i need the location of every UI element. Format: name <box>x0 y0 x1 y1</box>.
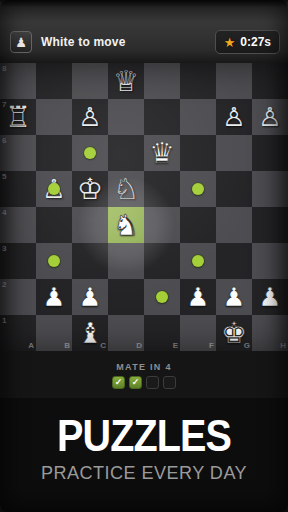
move-hint-dot-b3[interactable] <box>48 255 60 267</box>
move-hint-dot-b5[interactable] <box>48 183 60 195</box>
rank-label-2: 2 <box>2 280 6 289</box>
square-c5[interactable]: ♔ <box>72 171 108 207</box>
puzzle-status-strip: MATE IN 4 ✓✓ <box>0 351 288 398</box>
square-d4[interactable]: ♞ <box>108 207 144 243</box>
file-label-f: F <box>209 341 214 350</box>
square-a1[interactable]: 1A <box>0 315 36 351</box>
square-a3[interactable]: 3 <box>0 243 36 279</box>
square-c2[interactable]: ♟ <box>72 279 108 315</box>
square-g1[interactable]: G♚ <box>216 315 252 351</box>
square-f7[interactable] <box>180 99 216 135</box>
square-c8[interactable] <box>72 63 108 99</box>
square-c3[interactable] <box>72 243 108 279</box>
piece-white-pawn-c2[interactable]: ♟ <box>72 279 108 315</box>
square-h4[interactable] <box>252 207 288 243</box>
progress-step-4-pending <box>163 376 176 389</box>
star-icon: ★ <box>224 36 236 49</box>
square-h5[interactable] <box>252 171 288 207</box>
file-label-e: E <box>173 341 178 350</box>
square-e6[interactable]: ♛ <box>144 135 180 171</box>
piece-white-pawn-b2[interactable]: ♟ <box>36 279 72 315</box>
timer-value: 0:27s <box>240 35 271 49</box>
square-g5[interactable] <box>216 171 252 207</box>
square-a5[interactable]: 5 <box>0 171 36 207</box>
file-label-g: G <box>244 341 250 350</box>
piece-black-knight-d5[interactable]: ♘ <box>108 171 144 207</box>
rank-label-8: 8 <box>2 64 6 73</box>
piece-white-pawn-g2[interactable]: ♟ <box>216 279 252 315</box>
piece-black-queen-d8[interactable]: ♕ <box>108 63 144 99</box>
square-a8[interactable]: 8 <box>0 63 36 99</box>
progress-checkboxes: ✓✓ <box>0 376 288 389</box>
square-g7[interactable]: ♙ <box>216 99 252 135</box>
square-g8[interactable] <box>216 63 252 99</box>
square-b5[interactable]: ♙ <box>36 171 72 207</box>
piece-black-pawn-c7[interactable]: ♙ <box>72 99 108 135</box>
square-h3[interactable] <box>252 243 288 279</box>
square-c7[interactable]: ♙ <box>72 99 108 135</box>
top-bar-row: ♟ White to move ★ 0:27s <box>10 29 280 55</box>
square-e5[interactable] <box>144 171 180 207</box>
rank-label-3: 3 <box>2 244 6 253</box>
rank-label-5: 5 <box>2 172 6 181</box>
piece-white-pawn-f2[interactable]: ♟ <box>180 279 216 315</box>
square-d2[interactable] <box>108 279 144 315</box>
rank-label-4: 4 <box>2 208 6 217</box>
rank-label-1: 1 <box>2 316 6 325</box>
progress-step-3-pending <box>146 376 159 389</box>
square-g4[interactable] <box>216 207 252 243</box>
square-b2[interactable]: ♟ <box>36 279 72 315</box>
chess-board: 8♕7♖♙♙♙6♛5♙♔♘4♞32♟♟♟♟♟1ABC♝DEFG♚H <box>0 63 288 351</box>
pawn-icon: ♟ <box>15 36 27 49</box>
promo-subtitle: PRACTICE EVERY DAY <box>7 462 281 484</box>
square-h6[interactable] <box>252 135 288 171</box>
progress-step-1-done: ✓ <box>112 376 125 389</box>
square-f4[interactable] <box>180 207 216 243</box>
square-a2[interactable]: 2 <box>0 279 36 315</box>
square-f2[interactable]: ♟ <box>180 279 216 315</box>
square-b7[interactable] <box>36 99 72 135</box>
square-d6[interactable] <box>108 135 144 171</box>
turn-pawn-button[interactable]: ♟ <box>10 31 32 53</box>
square-a4[interactable]: 4 <box>0 207 36 243</box>
square-g6[interactable] <box>216 135 252 171</box>
piece-black-pawn-g7[interactable]: ♙ <box>216 99 252 135</box>
turn-indicator-label: White to move <box>41 35 126 49</box>
square-b6[interactable] <box>36 135 72 171</box>
square-b1[interactable]: B <box>36 315 72 351</box>
square-b4[interactable] <box>36 207 72 243</box>
move-hint-dot-c6[interactable] <box>84 147 96 159</box>
square-e3[interactable] <box>144 243 180 279</box>
square-e8[interactable] <box>144 63 180 99</box>
square-g2[interactable]: ♟ <box>216 279 252 315</box>
square-c1[interactable]: C♝ <box>72 315 108 351</box>
square-f6[interactable] <box>180 135 216 171</box>
timer-badge: ★ 0:27s <box>215 30 280 54</box>
square-h7[interactable]: ♙ <box>252 99 288 135</box>
move-hint-dot-e2[interactable] <box>156 291 168 303</box>
square-a7[interactable]: 7♖ <box>0 99 36 135</box>
move-hint-dot-f5[interactable] <box>192 183 204 195</box>
square-c4[interactable] <box>72 207 108 243</box>
square-e7[interactable] <box>144 99 180 135</box>
promo-footer: PUZZLES PRACTICE EVERY DAY <box>0 398 288 512</box>
square-a6[interactable]: 6 <box>0 135 36 171</box>
app-screen: ♟ White to move ★ 0:27s 8♕7♖♙♙♙6♛5♙♔♘4♞3… <box>0 0 288 512</box>
file-label-d: D <box>136 341 142 350</box>
square-b8[interactable] <box>36 63 72 99</box>
square-e2[interactable] <box>144 279 180 315</box>
square-c6[interactable] <box>72 135 108 171</box>
file-label-c: C <box>100 341 106 350</box>
square-d1[interactable]: D <box>108 315 144 351</box>
puzzle-goal-label: MATE IN 4 <box>0 351 288 372</box>
square-f3[interactable] <box>180 243 216 279</box>
square-h1[interactable]: H <box>252 315 288 351</box>
square-e4[interactable] <box>144 207 180 243</box>
piece-white-knight-d4[interactable]: ♞ <box>108 207 144 243</box>
piece-white-queen-e6[interactable]: ♛ <box>144 135 180 171</box>
move-hint-dot-f3[interactable] <box>192 255 204 267</box>
square-h8[interactable] <box>252 63 288 99</box>
square-h2[interactable]: ♟ <box>252 279 288 315</box>
square-d3[interactable] <box>108 243 144 279</box>
square-f5[interactable] <box>180 171 216 207</box>
square-d5[interactable]: ♘ <box>108 171 144 207</box>
progress-step-2-done: ✓ <box>129 376 142 389</box>
file-label-a: A <box>28 341 34 350</box>
piece-black-king-c5[interactable]: ♔ <box>72 171 108 207</box>
piece-white-pawn-h2[interactable]: ♟ <box>252 279 288 315</box>
square-f8[interactable] <box>180 63 216 99</box>
piece-black-pawn-h7[interactable]: ♙ <box>252 99 288 135</box>
square-g3[interactable] <box>216 243 252 279</box>
promo-title: PUZZLES <box>12 410 277 461</box>
file-label-h: H <box>280 341 286 350</box>
square-d8[interactable]: ♕ <box>108 63 144 99</box>
file-label-b: B <box>64 341 70 350</box>
rank-label-6: 6 <box>2 136 6 145</box>
square-d7[interactable] <box>108 99 144 135</box>
top-bar: ♟ White to move ★ 0:27s <box>0 0 288 63</box>
rank-label-7: 7 <box>2 100 6 109</box>
square-b3[interactable] <box>36 243 72 279</box>
square-e1[interactable]: E <box>144 315 180 351</box>
square-f1[interactable]: F <box>180 315 216 351</box>
